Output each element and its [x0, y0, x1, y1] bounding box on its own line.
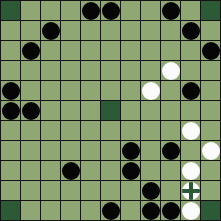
- black-attacker-piece[interactable]: [202, 42, 220, 60]
- board-cell[interactable]: [201, 81, 220, 100]
- board-cell[interactable]: [41, 181, 60, 200]
- white-defender-piece[interactable]: [182, 202, 200, 220]
- board-cell[interactable]: [161, 161, 180, 180]
- corner-escape-cell[interactable]: [1, 201, 20, 220]
- board-cell[interactable]: [21, 141, 40, 160]
- board-cell[interactable]: [121, 101, 140, 120]
- board-cell[interactable]: [161, 41, 180, 60]
- board-cell[interactable]: [41, 101, 60, 120]
- throne-cell[interactable]: [101, 101, 120, 120]
- board-cell[interactable]: [181, 121, 200, 140]
- board-cell[interactable]: [181, 1, 200, 20]
- board-cell[interactable]: [161, 1, 180, 20]
- board-cell[interactable]: [21, 21, 40, 40]
- board-cell[interactable]: [61, 61, 80, 80]
- board-cell[interactable]: [181, 141, 200, 160]
- board-cell[interactable]: [161, 21, 180, 40]
- board-cell[interactable]: [101, 181, 120, 200]
- board-cell[interactable]: [101, 1, 120, 20]
- board-cell[interactable]: [121, 21, 140, 40]
- black-attacker-piece[interactable]: [22, 42, 40, 60]
- board-cell[interactable]: [121, 81, 140, 100]
- board-cell[interactable]: [141, 41, 160, 60]
- board-cell[interactable]: [141, 21, 160, 40]
- board-cell[interactable]: [1, 21, 20, 40]
- board-cell[interactable]: [101, 121, 120, 140]
- board-cell[interactable]: [181, 181, 200, 200]
- black-attacker-piece[interactable]: [82, 2, 100, 20]
- white-defender-piece[interactable]: [142, 82, 160, 100]
- board-cell[interactable]: [101, 21, 120, 40]
- board-cell[interactable]: [101, 41, 120, 60]
- board-cell[interactable]: [41, 1, 60, 20]
- board-cell[interactable]: [161, 181, 180, 200]
- black-attacker-piece[interactable]: [2, 82, 20, 100]
- board-cell[interactable]: [21, 61, 40, 80]
- board-cell[interactable]: [161, 121, 180, 140]
- board-cell[interactable]: [1, 121, 20, 140]
- board-cell[interactable]: [161, 201, 180, 220]
- black-attacker-piece[interactable]: [142, 202, 160, 220]
- board-cell[interactable]: [101, 61, 120, 80]
- board-cell[interactable]: [61, 1, 80, 20]
- board-cell[interactable]: [61, 181, 80, 200]
- board-cell[interactable]: [101, 81, 120, 100]
- board-cell[interactable]: [201, 141, 220, 160]
- board-cell[interactable]: [61, 21, 80, 40]
- white-defender-piece[interactable]: [182, 162, 200, 180]
- board-cell[interactable]: [201, 121, 220, 140]
- board-cell[interactable]: [201, 161, 220, 180]
- board-cell[interactable]: [61, 141, 80, 160]
- black-attacker-piece[interactable]: [162, 2, 180, 20]
- board-cell[interactable]: [1, 61, 20, 80]
- board-cell[interactable]: [61, 121, 80, 140]
- board-cell[interactable]: [121, 121, 140, 140]
- white-defender-piece[interactable]: [202, 142, 220, 160]
- board-cell[interactable]: [101, 161, 120, 180]
- board-cell[interactable]: [141, 161, 160, 180]
- black-attacker-piece[interactable]: [62, 162, 80, 180]
- black-attacker-piece[interactable]: [122, 162, 140, 180]
- white-defender-piece[interactable]: [182, 122, 200, 140]
- board-cell[interactable]: [61, 201, 80, 220]
- board-cell[interactable]: [81, 101, 100, 120]
- board-cell[interactable]: [41, 81, 60, 100]
- board-cell[interactable]: [161, 81, 180, 100]
- board-cell[interactable]: [81, 121, 100, 140]
- board-cell[interactable]: [141, 201, 160, 220]
- board-cell[interactable]: [121, 181, 140, 200]
- black-attacker-piece[interactable]: [102, 202, 120, 220]
- board-cell[interactable]: [181, 41, 200, 60]
- board-cell[interactable]: [81, 41, 100, 60]
- board-cell[interactable]: [81, 81, 100, 100]
- board-cell[interactable]: [1, 141, 20, 160]
- board-cell[interactable]: [81, 1, 100, 20]
- board-cell[interactable]: [161, 141, 180, 160]
- board-cell[interactable]: [1, 161, 20, 180]
- board-cell[interactable]: [181, 61, 200, 80]
- board-cell[interactable]: [201, 41, 220, 60]
- board-cell[interactable]: [201, 101, 220, 120]
- board-cell[interactable]: [121, 161, 140, 180]
- board-cell[interactable]: [21, 161, 40, 180]
- board-cell[interactable]: [61, 161, 80, 180]
- board-cell[interactable]: [121, 201, 140, 220]
- board-cell[interactable]: [21, 1, 40, 20]
- board-cell[interactable]: [181, 161, 200, 180]
- white-defender-piece[interactable]: [162, 62, 180, 80]
- board-cell[interactable]: [181, 81, 200, 100]
- board-cell[interactable]: [141, 101, 160, 120]
- board-cell[interactable]: [141, 121, 160, 140]
- board-cell[interactable]: [121, 1, 140, 20]
- board-cell[interactable]: [141, 1, 160, 20]
- board-cell[interactable]: [121, 41, 140, 60]
- board-cell[interactable]: [181, 201, 200, 220]
- black-attacker-piece[interactable]: [102, 2, 120, 20]
- corner-escape-cell[interactable]: [201, 1, 220, 20]
- board-cell[interactable]: [1, 81, 20, 100]
- black-attacker-piece[interactable]: [162, 202, 180, 220]
- black-attacker-piece[interactable]: [142, 182, 160, 200]
- board-cell[interactable]: [21, 201, 40, 220]
- board-cell[interactable]: [201, 61, 220, 80]
- board-cell[interactable]: [61, 41, 80, 60]
- black-attacker-piece[interactable]: [182, 22, 200, 40]
- board-cell[interactable]: [21, 101, 40, 120]
- black-attacker-piece[interactable]: [122, 142, 140, 160]
- black-attacker-piece[interactable]: [2, 102, 20, 120]
- board-cell[interactable]: [121, 141, 140, 160]
- board-cell[interactable]: [181, 21, 200, 40]
- board-cell[interactable]: [201, 21, 220, 40]
- board-cell[interactable]: [1, 101, 20, 120]
- board-cell[interactable]: [21, 181, 40, 200]
- board-cell[interactable]: [161, 61, 180, 80]
- board-cell[interactable]: [81, 61, 100, 80]
- board-cell[interactable]: [141, 81, 160, 100]
- board-cell[interactable]: [21, 81, 40, 100]
- board-cell[interactable]: [81, 181, 100, 200]
- board-cell[interactable]: [81, 141, 100, 160]
- board-cell[interactable]: [101, 201, 120, 220]
- board-cell[interactable]: [41, 161, 60, 180]
- board-cell[interactable]: [1, 181, 20, 200]
- board-cell[interactable]: [41, 41, 60, 60]
- board-cell[interactable]: [61, 81, 80, 100]
- board-cell[interactable]: [81, 21, 100, 40]
- board-cell[interactable]: [81, 161, 100, 180]
- hnefatafl-board: [0, 0, 221, 221]
- board-cell[interactable]: [201, 181, 220, 200]
- black-attacker-piece[interactable]: [182, 82, 200, 100]
- white-king-piece[interactable]: [182, 182, 200, 200]
- board-cell[interactable]: [41, 61, 60, 80]
- board-cell[interactable]: [1, 41, 20, 60]
- black-attacker-piece[interactable]: [42, 22, 60, 40]
- board-cell[interactable]: [81, 201, 100, 220]
- board-cell[interactable]: [41, 121, 60, 140]
- board-cell[interactable]: [21, 41, 40, 60]
- board-cell[interactable]: [61, 101, 80, 120]
- board-cell[interactable]: [141, 141, 160, 160]
- corner-escape-cell[interactable]: [1, 1, 20, 20]
- board-cell[interactable]: [141, 181, 160, 200]
- corner-escape-cell[interactable]: [201, 201, 220, 220]
- board-cell[interactable]: [161, 101, 180, 120]
- board-cell[interactable]: [181, 101, 200, 120]
- board-cell[interactable]: [121, 61, 140, 80]
- board-cell[interactable]: [41, 201, 60, 220]
- board-cell[interactable]: [41, 141, 60, 160]
- black-attacker-piece[interactable]: [162, 142, 180, 160]
- board-cell[interactable]: [101, 141, 120, 160]
- board-cell[interactable]: [21, 121, 40, 140]
- black-attacker-piece[interactable]: [22, 102, 40, 120]
- board-cell[interactable]: [141, 61, 160, 80]
- board-cell[interactable]: [41, 21, 60, 40]
